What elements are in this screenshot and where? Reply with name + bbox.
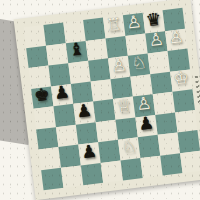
square-e1[interactable] [120, 158, 142, 181]
square-h3[interactable] [175, 110, 197, 133]
white-rook-e8[interactable]: ♖ [105, 15, 122, 34]
square-g3[interactable] [155, 112, 177, 135]
square-h5[interactable]: ♔ [170, 69, 192, 92]
square-b8[interactable] [43, 22, 65, 45]
square-e2[interactable]: ♘ [118, 137, 140, 160]
black-pawn-f3[interactable]: ♟ [138, 115, 155, 134]
square-e6[interactable]: ♙ [108, 56, 130, 79]
square-b4[interactable] [53, 104, 75, 127]
square-d3[interactable] [96, 119, 118, 142]
square-c7[interactable]: ♝ [66, 40, 88, 63]
square-a5[interactable]: ♚ [31, 86, 53, 109]
square-f8[interactable]: ♙ [123, 13, 145, 36]
square-d6[interactable] [88, 58, 110, 81]
white-pawn-g7[interactable]: ♙ [148, 31, 165, 50]
square-b1[interactable] [61, 165, 83, 188]
square-b3[interactable] [56, 124, 78, 147]
square-e8[interactable]: ♖ [103, 15, 125, 38]
square-f2[interactable] [138, 135, 160, 158]
black-bishop-c7[interactable]: ♝ [68, 40, 85, 59]
black-king-a5[interactable]: ♚ [33, 86, 50, 105]
square-g1[interactable] [160, 153, 182, 176]
square-d5[interactable] [91, 79, 113, 102]
square-e4[interactable]: ♕ [113, 97, 135, 120]
square-a3[interactable] [36, 127, 58, 150]
square-c1[interactable] [81, 162, 103, 185]
square-h7[interactable]: ♙ [165, 28, 187, 51]
square-d8[interactable] [83, 18, 105, 41]
square-c2[interactable]: ♟ [78, 142, 100, 165]
square-a7[interactable] [26, 45, 48, 68]
square-d1[interactable] [101, 160, 123, 183]
square-a2[interactable] [39, 147, 61, 170]
black-pawn-c2[interactable]: ♟ [81, 142, 98, 161]
white-knight-f6[interactable]: ♘ [130, 53, 147, 72]
black-pawn-c4[interactable]: ♟ [76, 101, 93, 120]
square-a1[interactable] [41, 167, 63, 190]
black-queen-g8[interactable]: ♛ [145, 10, 162, 29]
white-pawn-h7[interactable]: ♙ [167, 28, 184, 47]
square-d4[interactable] [93, 99, 115, 122]
white-knight-e2[interactable]: ♘ [120, 137, 137, 156]
square-f1[interactable] [140, 155, 162, 178]
square-f6[interactable]: ♘ [128, 53, 150, 76]
square-g4[interactable] [153, 92, 175, 115]
square-b2[interactable] [58, 145, 80, 168]
square-c4[interactable]: ♟ [73, 101, 95, 124]
square-g7[interactable]: ♙ [145, 31, 167, 54]
square-g2[interactable] [158, 132, 180, 155]
chess-board: ♖♙♛♝♙♙♙♘♚♟♔♟♕♙♟♟♘ ♛ [14, 0, 200, 200]
black-pawn-b5[interactable]: ♟ [53, 84, 70, 103]
square-a8[interactable] [24, 25, 46, 48]
square-b5[interactable]: ♟ [51, 84, 73, 107]
square-c6[interactable] [68, 61, 90, 84]
white-pawn-f8[interactable]: ♙ [125, 13, 142, 32]
square-b7[interactable] [46, 43, 68, 66]
square-h2[interactable] [178, 130, 200, 153]
square-h1[interactable] [180, 150, 200, 173]
square-h4[interactable] [173, 89, 195, 112]
square-a4[interactable] [34, 106, 56, 129]
square-d2[interactable] [98, 140, 120, 163]
square-f3[interactable]: ♟ [135, 114, 157, 137]
white-pawn-f4[interactable]: ♙ [135, 94, 152, 113]
white-pawn-e6[interactable]: ♙ [110, 56, 127, 75]
square-g5[interactable] [150, 71, 172, 94]
square-d7[interactable] [86, 38, 108, 61]
square-g6[interactable] [148, 51, 170, 74]
border-markings [195, 75, 200, 105]
photo-canvas: ♖♙♛♝♙♙♙♘♚♟♔♟♕♙♟♟♘ ♛ [0, 0, 200, 200]
white-king-h5[interactable]: ♔ [172, 69, 189, 88]
white-queen-e4[interactable]: ♕ [115, 97, 132, 116]
board-grid: ♖♙♛♝♙♙♙♘♚♟♔♟♕♙♟♟♘ [24, 8, 200, 190]
